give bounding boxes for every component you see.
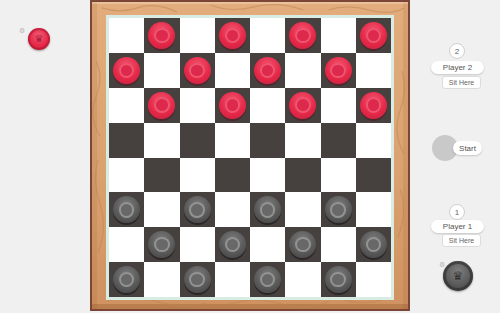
board-square[interactable] (356, 227, 391, 262)
checker-inner-ring (154, 28, 170, 44)
player2-number-badge: 2 (449, 43, 465, 59)
board-square[interactable] (109, 18, 144, 53)
board-square[interactable] (180, 262, 215, 297)
board-square[interactable] (144, 227, 179, 262)
board-grid (109, 18, 391, 297)
gear-icon: ⚙ (439, 261, 445, 268)
board-square[interactable] (144, 262, 179, 297)
board-square[interactable] (356, 262, 391, 297)
board-square[interactable] (321, 88, 356, 123)
player2-sit-here-button[interactable]: Sit Here (442, 76, 481, 89)
board-square[interactable] (180, 53, 215, 88)
gray-checker[interactable] (113, 196, 140, 223)
board-square[interactable] (215, 53, 250, 88)
gray-checker[interactable] (289, 231, 316, 258)
board-square[interactable] (109, 158, 144, 193)
checker-inner-ring (119, 272, 135, 288)
board-square[interactable] (250, 227, 285, 262)
board-square[interactable] (250, 18, 285, 53)
board-square[interactable] (180, 123, 215, 158)
checker-inner-ring (295, 237, 311, 253)
board-square[interactable] (144, 123, 179, 158)
checker-inner-ring (189, 202, 205, 218)
board-square[interactable] (356, 18, 391, 53)
board-square[interactable] (109, 88, 144, 123)
board-square[interactable] (356, 53, 391, 88)
checkers-board-frame (90, 0, 410, 311)
gray-king-piece[interactable]: ♛ (443, 261, 473, 291)
red-king-piece[interactable]: ♛ (28, 28, 50, 50)
checker-inner-ring (119, 63, 135, 79)
checker-inner-ring (260, 63, 276, 79)
crown-icon: ♛ (35, 34, 44, 44)
checker-inner-ring (366, 237, 382, 253)
gray-checker[interactable] (254, 266, 281, 293)
gray-checker[interactable] (360, 231, 387, 258)
checker-inner-ring (260, 202, 276, 218)
red-checker[interactable] (184, 57, 211, 84)
gray-checker[interactable] (184, 266, 211, 293)
board-square[interactable] (180, 158, 215, 193)
board-square[interactable] (285, 158, 320, 193)
checker-inner-ring (154, 97, 170, 113)
board-square[interactable] (250, 158, 285, 193)
gray-checker[interactable] (325, 196, 352, 223)
board-square[interactable] (109, 192, 144, 227)
board-square[interactable] (285, 18, 320, 53)
board-square[interactable] (215, 18, 250, 53)
gray-checker[interactable] (184, 196, 211, 223)
red-checker[interactable] (325, 57, 352, 84)
board-square[interactable] (109, 53, 144, 88)
board-square[interactable] (321, 227, 356, 262)
board-square[interactable] (250, 192, 285, 227)
checker-inner-ring (225, 97, 241, 113)
board-square[interactable] (144, 192, 179, 227)
checker-inner-ring (119, 202, 135, 218)
board-square[interactable] (180, 18, 215, 53)
board-square[interactable] (250, 53, 285, 88)
checker-inner-ring (225, 28, 241, 44)
board-square[interactable] (321, 18, 356, 53)
board-square[interactable] (285, 53, 320, 88)
checker-inner-ring (154, 237, 170, 253)
player1-number-badge: 1 (449, 204, 465, 220)
red-checker[interactable] (219, 22, 246, 49)
board-square[interactable] (356, 192, 391, 227)
board-square[interactable] (180, 88, 215, 123)
player2-name-label: Player 2 (431, 61, 484, 74)
board-square[interactable] (321, 262, 356, 297)
board-square[interactable] (356, 158, 391, 193)
red-checker[interactable] (113, 57, 140, 84)
board-square[interactable] (144, 88, 179, 123)
board-square[interactable] (144, 18, 179, 53)
board-square[interactable] (356, 123, 391, 158)
board-square[interactable] (215, 262, 250, 297)
player1-sit-here-button[interactable]: Sit Here (442, 234, 481, 247)
board-square[interactable] (321, 53, 356, 88)
board-square[interactable] (285, 192, 320, 227)
board-square[interactable] (109, 262, 144, 297)
red-checker[interactable] (254, 57, 281, 84)
gear-icon: ⚙ (19, 27, 25, 34)
checker-inner-ring (330, 272, 346, 288)
checker-inner-ring (330, 63, 346, 79)
red-checker[interactable] (360, 92, 387, 119)
board-square[interactable] (285, 88, 320, 123)
board-square[interactable] (180, 227, 215, 262)
checker-inner-ring (225, 237, 241, 253)
board-square[interactable] (321, 123, 356, 158)
board-square[interactable] (215, 227, 250, 262)
checker-inner-ring (330, 202, 346, 218)
board-square[interactable] (144, 158, 179, 193)
board-square[interactable] (321, 192, 356, 227)
checker-inner-ring (189, 272, 205, 288)
board-square[interactable] (321, 158, 356, 193)
checker-inner-ring (366, 28, 382, 44)
board-square[interactable] (109, 227, 144, 262)
game-stage: ⚙ ♛ 2 Player 2 Sit Here Start (0, 0, 500, 313)
board-square[interactable] (215, 88, 250, 123)
board-square[interactable] (285, 262, 320, 297)
red-checker[interactable] (289, 92, 316, 119)
checker-inner-ring (189, 63, 205, 79)
board-square[interactable] (215, 123, 250, 158)
gray-checker[interactable] (113, 266, 140, 293)
red-checker[interactable] (289, 22, 316, 49)
crown-icon: ♛ (453, 270, 464, 282)
board-square[interactable] (250, 123, 285, 158)
board-square[interactable] (356, 88, 391, 123)
red-checker[interactable] (148, 22, 175, 49)
board-inner-border (106, 15, 394, 300)
player1-name-label: Player 1 (431, 220, 484, 233)
checker-inner-ring (366, 97, 382, 113)
board-square[interactable] (250, 88, 285, 123)
board-square[interactable] (285, 123, 320, 158)
start-button[interactable]: Start (453, 141, 482, 155)
gray-checker[interactable] (254, 196, 281, 223)
board-square[interactable] (250, 262, 285, 297)
gray-checker[interactable] (148, 231, 175, 258)
checker-inner-ring (295, 28, 311, 44)
checker-inner-ring (260, 272, 276, 288)
gray-checker[interactable] (325, 266, 352, 293)
board-square[interactable] (215, 192, 250, 227)
red-checker[interactable] (360, 22, 387, 49)
board-square[interactable] (144, 53, 179, 88)
gray-checker[interactable] (219, 231, 246, 258)
red-checker[interactable] (148, 92, 175, 119)
board-square[interactable] (180, 192, 215, 227)
board-square[interactable] (215, 158, 250, 193)
board-square[interactable] (285, 227, 320, 262)
checker-inner-ring (295, 97, 311, 113)
board-square[interactable] (109, 123, 144, 158)
red-checker[interactable] (219, 92, 246, 119)
